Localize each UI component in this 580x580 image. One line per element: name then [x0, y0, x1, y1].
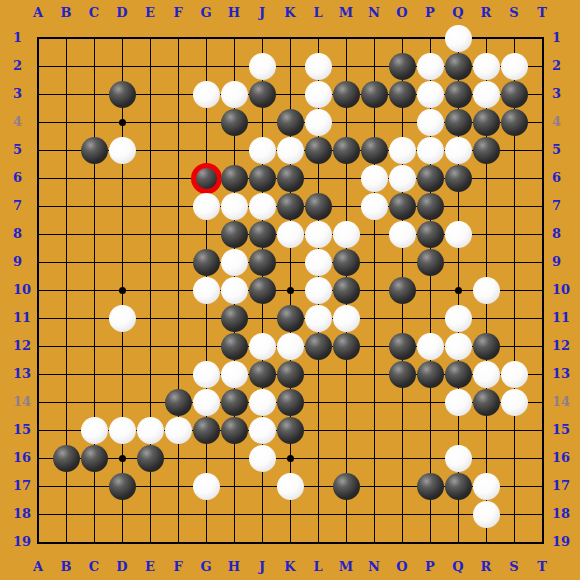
stone-black-M17 [333, 473, 360, 500]
stone-white-J7 [249, 193, 276, 220]
stone-white-S13 [501, 361, 528, 388]
stone-black-J3 [249, 81, 276, 108]
col-label-bottom-E: E [136, 558, 164, 576]
stone-black-M5 [333, 137, 360, 164]
row-label-right-3: 3 [552, 85, 580, 103]
stone-white-P2 [417, 53, 444, 80]
stone-black-H12 [221, 333, 248, 360]
stone-black-R14 [473, 389, 500, 416]
stone-white-K8 [277, 221, 304, 248]
stone-black-L5 [305, 137, 332, 164]
stone-black-F14 [165, 389, 192, 416]
stone-white-H9 [221, 249, 248, 276]
row-label-right-19: 19 [552, 533, 580, 551]
stone-white-K5 [277, 137, 304, 164]
stone-white-R2 [473, 53, 500, 80]
stone-black-D17 [109, 473, 136, 500]
stone-white-K12 [277, 333, 304, 360]
stone-black-N5 [361, 137, 388, 164]
col-label-bottom-G: G [192, 558, 220, 576]
col-label-top-O: O [388, 4, 416, 22]
stone-white-C15 [81, 417, 108, 444]
row-label-left-9: 9 [13, 253, 43, 271]
col-label-top-D: D [108, 4, 136, 22]
stone-black-J9 [249, 249, 276, 276]
stone-black-M10 [333, 277, 360, 304]
stone-black-Q6 [445, 165, 472, 192]
col-label-top-Q: Q [444, 4, 472, 22]
star-point-D4 [119, 119, 126, 126]
row-label-left-14: 14 [13, 393, 43, 411]
stone-black-D3 [109, 81, 136, 108]
stone-black-J10 [249, 277, 276, 304]
stone-white-J5 [249, 137, 276, 164]
row-label-left-1: 1 [13, 29, 43, 47]
col-label-top-H: H [220, 4, 248, 22]
col-label-top-C: C [80, 4, 108, 22]
stone-black-J13 [249, 361, 276, 388]
stone-black-P13 [417, 361, 444, 388]
star-point-K16 [287, 455, 294, 462]
stone-black-E16 [137, 445, 164, 472]
stone-white-O8 [389, 221, 416, 248]
stone-white-J12 [249, 333, 276, 360]
stone-white-Q14 [445, 389, 472, 416]
stone-white-D15 [109, 417, 136, 444]
stone-white-R18 [473, 501, 500, 528]
row-label-left-15: 15 [13, 421, 43, 439]
stone-black-Q2 [445, 53, 472, 80]
stone-white-J14 [249, 389, 276, 416]
stone-white-F15 [165, 417, 192, 444]
col-label-top-S: S [500, 4, 528, 22]
stone-white-R10 [473, 277, 500, 304]
stone-black-B16 [53, 445, 80, 472]
col-label-bottom-M: M [332, 558, 360, 576]
col-label-top-T: T [528, 4, 556, 22]
stone-white-S14 [501, 389, 528, 416]
col-label-bottom-N: N [360, 558, 388, 576]
stone-white-G10 [193, 277, 220, 304]
stone-white-S2 [501, 53, 528, 80]
stone-white-R17 [473, 473, 500, 500]
stone-black-K15 [277, 417, 304, 444]
row-label-right-11: 11 [552, 309, 580, 327]
row-label-left-3: 3 [13, 85, 43, 103]
stone-white-Q16 [445, 445, 472, 472]
row-label-right-5: 5 [552, 141, 580, 159]
stone-white-L9 [305, 249, 332, 276]
stone-black-P9 [417, 249, 444, 276]
col-label-top-N: N [360, 4, 388, 22]
stone-black-K11 [277, 305, 304, 332]
go-board[interactable]: AABBCCDDEEFFGGHHJJKKLLMMNNOOPPQQRRSSTT11… [0, 0, 580, 580]
stone-black-Q13 [445, 361, 472, 388]
col-label-top-A: A [24, 4, 52, 22]
stone-black-M3 [333, 81, 360, 108]
col-label-bottom-B: B [52, 558, 80, 576]
stone-black-K7 [277, 193, 304, 220]
row-label-right-12: 12 [552, 337, 580, 355]
stone-white-M11 [333, 305, 360, 332]
stone-black-H8 [221, 221, 248, 248]
stone-black-M9 [333, 249, 360, 276]
stone-white-Q11 [445, 305, 472, 332]
stone-black-J6 [249, 165, 276, 192]
row-label-left-12: 12 [13, 337, 43, 355]
stone-black-O3 [389, 81, 416, 108]
stone-white-O5 [389, 137, 416, 164]
row-label-left-6: 6 [13, 169, 43, 187]
stone-black-L7 [305, 193, 332, 220]
row-label-right-7: 7 [552, 197, 580, 215]
col-label-top-E: E [136, 4, 164, 22]
stone-white-N7 [361, 193, 388, 220]
stone-black-R4 [473, 109, 500, 136]
stone-black-P17 [417, 473, 444, 500]
col-label-bottom-T: T [528, 558, 556, 576]
col-label-top-L: L [304, 4, 332, 22]
stone-white-H13 [221, 361, 248, 388]
stone-black-K6 [277, 165, 304, 192]
col-label-bottom-P: P [416, 558, 444, 576]
col-label-top-R: R [472, 4, 500, 22]
row-label-left-13: 13 [13, 365, 43, 383]
col-label-top-F: F [164, 4, 192, 22]
stone-black-H14 [221, 389, 248, 416]
stone-black-G9 [193, 249, 220, 276]
stone-black-O13 [389, 361, 416, 388]
stone-white-L4 [305, 109, 332, 136]
stone-white-L11 [305, 305, 332, 332]
row-label-left-7: 7 [13, 197, 43, 215]
star-point-K10 [287, 287, 294, 294]
stone-black-C5 [81, 137, 108, 164]
stone-white-N6 [361, 165, 388, 192]
stone-black-R5 [473, 137, 500, 164]
stone-black-L12 [305, 333, 332, 360]
col-label-bottom-D: D [108, 558, 136, 576]
star-point-Q10 [455, 287, 462, 294]
col-label-top-G: G [192, 4, 220, 22]
stone-white-R13 [473, 361, 500, 388]
stone-black-S3 [501, 81, 528, 108]
stone-black-O2 [389, 53, 416, 80]
stone-white-G14 [193, 389, 220, 416]
row-label-left-2: 2 [13, 57, 43, 75]
stone-white-H10 [221, 277, 248, 304]
row-label-right-15: 15 [552, 421, 580, 439]
col-label-bottom-C: C [80, 558, 108, 576]
stone-black-H4 [221, 109, 248, 136]
stone-white-H3 [221, 81, 248, 108]
stone-white-J16 [249, 445, 276, 472]
col-label-bottom-K: K [276, 558, 304, 576]
stone-white-Q1 [445, 25, 472, 52]
stone-black-O10 [389, 277, 416, 304]
stone-white-O6 [389, 165, 416, 192]
stone-black-M12 [333, 333, 360, 360]
stone-white-H7 [221, 193, 248, 220]
row-label-right-6: 6 [552, 169, 580, 187]
row-label-right-2: 2 [552, 57, 580, 75]
stone-white-D5 [109, 137, 136, 164]
row-label-right-4: 4 [552, 113, 580, 131]
stone-white-L3 [305, 81, 332, 108]
col-label-bottom-J: J [248, 558, 276, 576]
stone-black-Q3 [445, 81, 472, 108]
stone-white-G7 [193, 193, 220, 220]
row-label-left-11: 11 [13, 309, 43, 327]
stone-white-E15 [137, 417, 164, 444]
col-label-bottom-S: S [500, 558, 528, 576]
col-label-bottom-A: A [24, 558, 52, 576]
stone-black-Q17 [445, 473, 472, 500]
stone-white-J2 [249, 53, 276, 80]
col-label-bottom-R: R [472, 558, 500, 576]
row-label-right-17: 17 [552, 477, 580, 495]
star-point-D16 [119, 455, 126, 462]
stone-white-L8 [305, 221, 332, 248]
row-label-right-9: 9 [552, 253, 580, 271]
stone-black-Q4 [445, 109, 472, 136]
stone-white-G17 [193, 473, 220, 500]
stone-white-P12 [417, 333, 444, 360]
stone-white-J15 [249, 417, 276, 444]
col-label-top-M: M [332, 4, 360, 22]
row-label-right-13: 13 [552, 365, 580, 383]
row-label-left-5: 5 [13, 141, 43, 159]
stone-black-P7 [417, 193, 444, 220]
stone-white-G13 [193, 361, 220, 388]
col-label-bottom-L: L [304, 558, 332, 576]
col-label-top-K: K [276, 4, 304, 22]
stone-black-R12 [473, 333, 500, 360]
stone-black-K14 [277, 389, 304, 416]
stone-black-C16 [81, 445, 108, 472]
stone-white-Q8 [445, 221, 472, 248]
row-label-right-16: 16 [552, 449, 580, 467]
stone-white-Q5 [445, 137, 472, 164]
stone-white-G3 [193, 81, 220, 108]
stone-black-H6 [221, 165, 248, 192]
row-label-left-10: 10 [13, 281, 43, 299]
row-label-right-14: 14 [552, 393, 580, 411]
stone-white-D11 [109, 305, 136, 332]
row-label-left-18: 18 [13, 505, 43, 523]
stone-black-N3 [361, 81, 388, 108]
row-label-left-17: 17 [13, 477, 43, 495]
stone-white-P5 [417, 137, 444, 164]
row-label-left-8: 8 [13, 225, 43, 243]
stone-black-P8 [417, 221, 444, 248]
stone-black-H11 [221, 305, 248, 332]
col-label-bottom-F: F [164, 558, 192, 576]
stone-black-S4 [501, 109, 528, 136]
stone-black-O12 [389, 333, 416, 360]
col-label-top-P: P [416, 4, 444, 22]
stone-white-L2 [305, 53, 332, 80]
stone-white-M8 [333, 221, 360, 248]
row-label-right-1: 1 [552, 29, 580, 47]
stone-black-G15 [193, 417, 220, 444]
stone-black-K4 [277, 109, 304, 136]
stone-black-P6 [417, 165, 444, 192]
star-point-D10 [119, 287, 126, 294]
stone-black-K13 [277, 361, 304, 388]
stone-white-K17 [277, 473, 304, 500]
row-label-left-16: 16 [13, 449, 43, 467]
row-label-left-19: 19 [13, 533, 43, 551]
col-label-top-J: J [248, 4, 276, 22]
col-label-bottom-O: O [388, 558, 416, 576]
row-label-right-18: 18 [552, 505, 580, 523]
col-label-bottom-Q: Q [444, 558, 472, 576]
row-label-left-4: 4 [13, 113, 43, 131]
col-label-top-B: B [52, 4, 80, 22]
stone-black-O7 [389, 193, 416, 220]
stone-white-R3 [473, 81, 500, 108]
col-label-bottom-H: H [220, 558, 248, 576]
row-label-right-10: 10 [552, 281, 580, 299]
stone-white-P4 [417, 109, 444, 136]
stone-black-H15 [221, 417, 248, 444]
row-label-right-8: 8 [552, 225, 580, 243]
stone-white-P3 [417, 81, 444, 108]
stone-white-Q12 [445, 333, 472, 360]
stone-white-L10 [305, 277, 332, 304]
stone-black-J8 [249, 221, 276, 248]
last-move-marker [191, 163, 222, 194]
